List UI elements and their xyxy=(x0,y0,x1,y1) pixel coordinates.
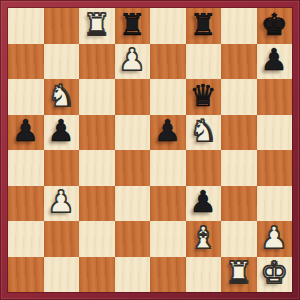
white-rook-piece[interactable]: ♜ xyxy=(83,10,110,40)
square-c7[interactable] xyxy=(79,44,115,80)
square-c6[interactable] xyxy=(79,79,115,115)
square-f5[interactable]: ♞ xyxy=(186,115,222,151)
square-f1[interactable] xyxy=(186,257,222,293)
board-frame: ♜♜♜♚♟♟♞♛♟♟♟♞♟♟♝♟♜♚ xyxy=(0,0,300,300)
square-d8[interactable]: ♜ xyxy=(115,8,151,44)
square-e8[interactable] xyxy=(150,8,186,44)
square-a8[interactable] xyxy=(8,8,44,44)
square-g1[interactable]: ♜ xyxy=(221,257,257,293)
square-f6[interactable]: ♛ xyxy=(186,79,222,115)
square-f8[interactable]: ♜ xyxy=(186,8,222,44)
square-g5[interactable] xyxy=(221,115,257,151)
black-pawn-piece[interactable]: ♟ xyxy=(190,187,217,217)
square-g6[interactable] xyxy=(221,79,257,115)
square-d5[interactable] xyxy=(115,115,151,151)
square-d6[interactable] xyxy=(115,79,151,115)
square-h7[interactable]: ♟ xyxy=(257,44,293,80)
square-g4[interactable] xyxy=(221,150,257,186)
white-knight-piece[interactable]: ♞ xyxy=(190,116,217,146)
square-d7[interactable]: ♟ xyxy=(115,44,151,80)
square-e3[interactable] xyxy=(150,186,186,222)
chess-board: ♜♜♜♚♟♟♞♛♟♟♟♞♟♟♝♟♜♚ xyxy=(8,8,292,292)
white-king-piece[interactable]: ♚ xyxy=(261,258,288,288)
square-h5[interactable] xyxy=(257,115,293,151)
square-d3[interactable] xyxy=(115,186,151,222)
square-d2[interactable] xyxy=(115,221,151,257)
black-king-piece[interactable]: ♚ xyxy=(261,10,288,40)
square-c5[interactable] xyxy=(79,115,115,151)
black-rook-piece[interactable]: ♜ xyxy=(190,10,217,40)
square-g8[interactable] xyxy=(221,8,257,44)
square-e2[interactable] xyxy=(150,221,186,257)
white-bishop-piece[interactable]: ♝ xyxy=(190,223,217,253)
square-b8[interactable] xyxy=(44,8,80,44)
square-c3[interactable] xyxy=(79,186,115,222)
square-b2[interactable] xyxy=(44,221,80,257)
square-b4[interactable] xyxy=(44,150,80,186)
square-h2[interactable]: ♟ xyxy=(257,221,293,257)
square-a7[interactable] xyxy=(8,44,44,80)
square-h3[interactable] xyxy=(257,186,293,222)
square-e1[interactable] xyxy=(150,257,186,293)
white-pawn-piece[interactable]: ♟ xyxy=(48,187,75,217)
black-pawn-piece[interactable]: ♟ xyxy=(154,116,181,146)
square-d1[interactable] xyxy=(115,257,151,293)
square-h4[interactable] xyxy=(257,150,293,186)
square-a5[interactable]: ♟ xyxy=(8,115,44,151)
square-c8[interactable]: ♜ xyxy=(79,8,115,44)
square-f4[interactable] xyxy=(186,150,222,186)
square-c1[interactable] xyxy=(79,257,115,293)
square-c2[interactable] xyxy=(79,221,115,257)
square-c4[interactable] xyxy=(79,150,115,186)
square-h1[interactable]: ♚ xyxy=(257,257,293,293)
white-rook-piece[interactable]: ♜ xyxy=(225,258,252,288)
square-a6[interactable] xyxy=(8,79,44,115)
black-pawn-piece[interactable]: ♟ xyxy=(48,116,75,146)
square-b3[interactable]: ♟ xyxy=(44,186,80,222)
square-b1[interactable] xyxy=(44,257,80,293)
square-e6[interactable] xyxy=(150,79,186,115)
square-e4[interactable] xyxy=(150,150,186,186)
square-a3[interactable] xyxy=(8,186,44,222)
square-h6[interactable] xyxy=(257,79,293,115)
square-f2[interactable]: ♝ xyxy=(186,221,222,257)
square-f3[interactable]: ♟ xyxy=(186,186,222,222)
black-pawn-piece[interactable]: ♟ xyxy=(12,116,39,146)
black-rook-piece[interactable]: ♜ xyxy=(119,10,146,40)
square-h8[interactable]: ♚ xyxy=(257,8,293,44)
square-e7[interactable] xyxy=(150,44,186,80)
square-b6[interactable]: ♞ xyxy=(44,79,80,115)
square-a2[interactable] xyxy=(8,221,44,257)
square-a1[interactable] xyxy=(8,257,44,293)
square-g7[interactable] xyxy=(221,44,257,80)
square-e5[interactable]: ♟ xyxy=(150,115,186,151)
white-pawn-piece[interactable]: ♟ xyxy=(119,45,146,75)
white-knight-piece[interactable]: ♞ xyxy=(48,81,75,111)
white-pawn-piece[interactable]: ♟ xyxy=(261,223,288,253)
square-f7[interactable] xyxy=(186,44,222,80)
square-g2[interactable] xyxy=(221,221,257,257)
black-pawn-piece[interactable]: ♟ xyxy=(261,45,288,75)
square-b5[interactable]: ♟ xyxy=(44,115,80,151)
black-queen-piece[interactable]: ♛ xyxy=(190,81,217,111)
square-d4[interactable] xyxy=(115,150,151,186)
square-g3[interactable] xyxy=(221,186,257,222)
square-a4[interactable] xyxy=(8,150,44,186)
square-b7[interactable] xyxy=(44,44,80,80)
